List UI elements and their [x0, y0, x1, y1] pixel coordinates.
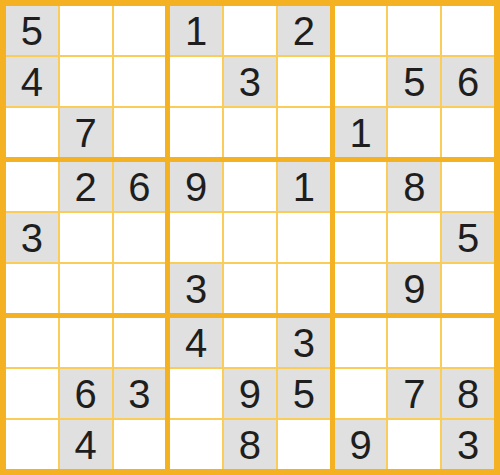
cell-r5c9[interactable]: 5: [442, 213, 494, 262]
cell-r2c2[interactable]: [60, 57, 112, 106]
box-1-3: 561: [335, 6, 494, 157]
cell-r7c6[interactable]: 3: [278, 318, 330, 367]
cell-r2c3[interactable]: [114, 57, 166, 106]
cell-r8c9[interactable]: 8: [442, 369, 494, 418]
cell-r8c1[interactable]: [6, 369, 58, 418]
cell-r3c9[interactable]: [442, 108, 494, 157]
cell-r9c4[interactable]: [170, 420, 222, 469]
cell-r5c5[interactable]: [224, 213, 276, 262]
cell-r5c1[interactable]: 3: [6, 213, 58, 262]
cell-r8c5[interactable]: 9: [224, 369, 276, 418]
cell-r6c9[interactable]: [442, 264, 494, 313]
cell-r7c8[interactable]: [388, 318, 440, 367]
cell-r2c9[interactable]: 6: [442, 57, 494, 106]
cell-r4c3[interactable]: 6: [114, 162, 166, 211]
cell-r9c1[interactable]: [6, 420, 58, 469]
box-1-2: 123: [170, 6, 329, 157]
cell-r4c6[interactable]: 1: [278, 162, 330, 211]
cell-r1c3[interactable]: [114, 6, 166, 55]
cell-r8c8[interactable]: 7: [388, 369, 440, 418]
cell-r6c5[interactable]: [224, 264, 276, 313]
cell-r2c8[interactable]: 5: [388, 57, 440, 106]
cell-r2c6[interactable]: [278, 57, 330, 106]
cell-r9c6[interactable]: [278, 420, 330, 469]
cell-r7c1[interactable]: [6, 318, 58, 367]
cell-r1c2[interactable]: [60, 6, 112, 55]
cell-r1c5[interactable]: [224, 6, 276, 55]
box-3-1: 634: [6, 318, 165, 469]
cell-r1c1[interactable]: 5: [6, 6, 58, 55]
cell-r6c6[interactable]: [278, 264, 330, 313]
cell-r6c4[interactable]: 3: [170, 264, 222, 313]
cell-r3c5[interactable]: [224, 108, 276, 157]
cell-r4c7[interactable]: [335, 162, 387, 211]
cell-r2c4[interactable]: [170, 57, 222, 106]
cell-r6c2[interactable]: [60, 264, 112, 313]
cell-r9c2[interactable]: 4: [60, 420, 112, 469]
cell-r6c8[interactable]: 9: [388, 264, 440, 313]
cell-r2c1[interactable]: 4: [6, 57, 58, 106]
cell-r4c2[interactable]: 2: [60, 162, 112, 211]
cell-r1c8[interactable]: [388, 6, 440, 55]
cell-r7c5[interactable]: [224, 318, 276, 367]
sudoku-board: 547123561263913859634439587893: [0, 0, 500, 475]
box-2-1: 263: [6, 162, 165, 313]
cell-r7c4[interactable]: 4: [170, 318, 222, 367]
cell-r9c9[interactable]: 3: [442, 420, 494, 469]
cell-r9c7[interactable]: 9: [335, 420, 387, 469]
cell-r4c8[interactable]: 8: [388, 162, 440, 211]
cell-r5c8[interactable]: [388, 213, 440, 262]
cell-r3c8[interactable]: [388, 108, 440, 157]
cell-r8c3[interactable]: 3: [114, 369, 166, 418]
cell-r5c6[interactable]: [278, 213, 330, 262]
cell-r1c6[interactable]: 2: [278, 6, 330, 55]
box-3-2: 43958: [170, 318, 329, 469]
cell-r9c8[interactable]: [388, 420, 440, 469]
cell-r7c3[interactable]: [114, 318, 166, 367]
cell-r6c1[interactable]: [6, 264, 58, 313]
cell-r9c5[interactable]: 8: [224, 420, 276, 469]
box-2-2: 913: [170, 162, 329, 313]
cell-r4c1[interactable]: [6, 162, 58, 211]
cell-r2c7[interactable]: [335, 57, 387, 106]
cell-r5c7[interactable]: [335, 213, 387, 262]
cell-r9c3[interactable]: [114, 420, 166, 469]
box-2-3: 859: [335, 162, 494, 313]
cell-r3c1[interactable]: [6, 108, 58, 157]
cell-r1c4[interactable]: 1: [170, 6, 222, 55]
cell-r8c7[interactable]: [335, 369, 387, 418]
cell-r3c4[interactable]: [170, 108, 222, 157]
cell-r5c2[interactable]: [60, 213, 112, 262]
cell-r3c7[interactable]: 1: [335, 108, 387, 157]
cell-r8c4[interactable]: [170, 369, 222, 418]
cell-r4c5[interactable]: [224, 162, 276, 211]
box-1-1: 547: [6, 6, 165, 157]
cell-r8c6[interactable]: 5: [278, 369, 330, 418]
cell-r5c4[interactable]: [170, 213, 222, 262]
cell-r8c2[interactable]: 6: [60, 369, 112, 418]
cell-r6c7[interactable]: [335, 264, 387, 313]
cell-r3c2[interactable]: 7: [60, 108, 112, 157]
cell-r4c9[interactable]: [442, 162, 494, 211]
cell-r2c5[interactable]: 3: [224, 57, 276, 106]
cell-r1c9[interactable]: [442, 6, 494, 55]
cell-r6c3[interactable]: [114, 264, 166, 313]
cell-r3c3[interactable]: [114, 108, 166, 157]
cell-r4c4[interactable]: 9: [170, 162, 222, 211]
box-3-3: 7893: [335, 318, 494, 469]
cell-r7c2[interactable]: [60, 318, 112, 367]
cell-r5c3[interactable]: [114, 213, 166, 262]
cell-r3c6[interactable]: [278, 108, 330, 157]
cell-r1c7[interactable]: [335, 6, 387, 55]
cell-r7c7[interactable]: [335, 318, 387, 367]
cell-r7c9[interactable]: [442, 318, 494, 367]
